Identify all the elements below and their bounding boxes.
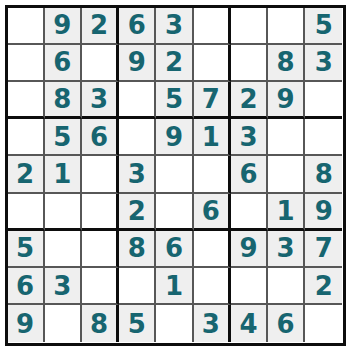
cell-r3c7[interactable]: 2	[231, 82, 268, 119]
cell-r5c1[interactable]: 2	[8, 156, 45, 193]
cell-r7c7[interactable]: 9	[231, 231, 268, 268]
cell-r2c7[interactable]	[231, 45, 268, 82]
cell-r6c8[interactable]: 1	[268, 194, 305, 231]
cell-r6c1[interactable]	[8, 194, 45, 231]
cell-r2c5[interactable]: 2	[156, 45, 193, 82]
cell-r3c8[interactable]: 9	[268, 82, 305, 119]
cell-r2c1[interactable]	[8, 45, 45, 82]
cell-r2c3[interactable]	[82, 45, 119, 82]
cell-r8c1[interactable]: 6	[8, 268, 45, 305]
cell-r5c6[interactable]	[194, 156, 231, 193]
cell-r6c9[interactable]: 9	[305, 194, 342, 231]
cell-r5c7[interactable]: 6	[231, 156, 268, 193]
cell-r4c7[interactable]: 3	[231, 119, 268, 156]
cell-r5c5[interactable]	[156, 156, 193, 193]
cell-r1c7[interactable]	[231, 8, 268, 45]
cell-r9c2[interactable]	[45, 305, 82, 342]
cell-r8c5[interactable]: 1	[156, 268, 193, 305]
cell-r8c7[interactable]	[231, 268, 268, 305]
cell-r3c1[interactable]	[8, 82, 45, 119]
cell-r5c2[interactable]: 1	[45, 156, 82, 193]
cell-r9c8[interactable]: 6	[268, 305, 305, 342]
cell-r2c6[interactable]	[194, 45, 231, 82]
cell-r4c3[interactable]: 6	[82, 119, 119, 156]
cell-r9c4[interactable]: 5	[119, 305, 156, 342]
cell-r9c9[interactable]	[305, 305, 342, 342]
cell-r7c9[interactable]: 7	[305, 231, 342, 268]
cell-r5c4[interactable]: 3	[119, 156, 156, 193]
cell-r1c2[interactable]: 9	[45, 8, 82, 45]
cell-r6c5[interactable]	[156, 194, 193, 231]
cell-r3c9[interactable]	[305, 82, 342, 119]
cell-r6c3[interactable]	[82, 194, 119, 231]
cell-r1c1[interactable]	[8, 8, 45, 45]
cell-r3c2[interactable]: 8	[45, 82, 82, 119]
cell-r3c4[interactable]	[119, 82, 156, 119]
cell-r2c2[interactable]: 6	[45, 45, 82, 82]
page: 9263569283835729569132136826195869376312…	[0, 0, 350, 350]
cell-r8c3[interactable]	[82, 268, 119, 305]
cell-r2c8[interactable]: 8	[268, 45, 305, 82]
cell-r9c3[interactable]: 8	[82, 305, 119, 342]
cell-r6c6[interactable]: 6	[194, 194, 231, 231]
cell-r7c2[interactable]	[45, 231, 82, 268]
cell-r7c3[interactable]	[82, 231, 119, 268]
cell-r3c5[interactable]: 5	[156, 82, 193, 119]
cell-r3c6[interactable]: 7	[194, 82, 231, 119]
cell-r7c8[interactable]: 3	[268, 231, 305, 268]
cell-r4c6[interactable]: 1	[194, 119, 231, 156]
cell-r9c1[interactable]: 9	[8, 305, 45, 342]
cell-r9c7[interactable]: 4	[231, 305, 268, 342]
cell-r7c4[interactable]: 8	[119, 231, 156, 268]
cell-r3c3[interactable]: 3	[82, 82, 119, 119]
cell-r1c3[interactable]: 2	[82, 8, 119, 45]
cell-r9c5[interactable]	[156, 305, 193, 342]
cell-r1c8[interactable]	[268, 8, 305, 45]
cell-r2c4[interactable]: 9	[119, 45, 156, 82]
cell-r6c7[interactable]	[231, 194, 268, 231]
cell-r4c2[interactable]: 5	[45, 119, 82, 156]
cell-r8c2[interactable]: 3	[45, 268, 82, 305]
cell-r2c9[interactable]: 3	[305, 45, 342, 82]
cell-r4c8[interactable]	[268, 119, 305, 156]
sudoku-board: 9263569283835729569132136826195869376312…	[5, 5, 346, 346]
cell-r7c5[interactable]: 6	[156, 231, 193, 268]
cell-r9c6[interactable]: 3	[194, 305, 231, 342]
cell-r1c5[interactable]: 3	[156, 8, 193, 45]
cell-r8c6[interactable]	[194, 268, 231, 305]
cell-r8c8[interactable]	[268, 268, 305, 305]
cell-r4c5[interactable]: 9	[156, 119, 193, 156]
cell-r4c1[interactable]	[8, 119, 45, 156]
cell-r4c9[interactable]	[305, 119, 342, 156]
cell-r6c4[interactable]: 2	[119, 194, 156, 231]
cell-r1c6[interactable]	[194, 8, 231, 45]
cell-r1c4[interactable]: 6	[119, 8, 156, 45]
cell-r8c4[interactable]	[119, 268, 156, 305]
cell-r5c8[interactable]	[268, 156, 305, 193]
cell-r4c4[interactable]	[119, 119, 156, 156]
cell-r6c2[interactable]	[45, 194, 82, 231]
cell-r7c6[interactable]	[194, 231, 231, 268]
cell-r8c9[interactable]: 2	[305, 268, 342, 305]
cell-r1c9[interactable]: 5	[305, 8, 342, 45]
cell-r5c9[interactable]: 8	[305, 156, 342, 193]
cell-r7c1[interactable]: 5	[8, 231, 45, 268]
cell-r5c3[interactable]	[82, 156, 119, 193]
